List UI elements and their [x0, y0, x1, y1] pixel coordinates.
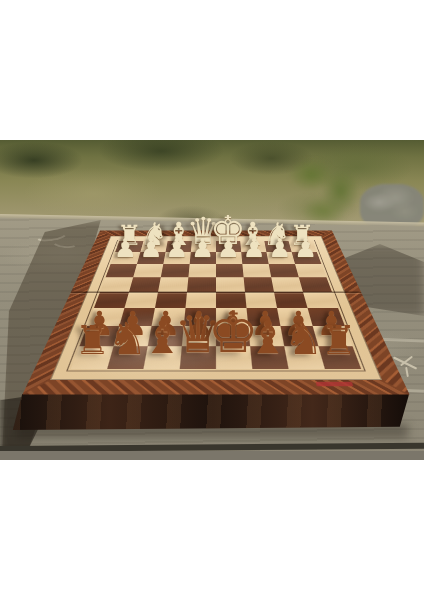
square-a7	[79, 326, 119, 346]
square-b4	[129, 278, 161, 293]
square-g8	[284, 346, 325, 369]
square-g4	[271, 278, 303, 293]
square-e5	[216, 292, 247, 308]
square-e1	[216, 241, 241, 252]
photo-stage: ♜♞♝♛♚♝♞♜♟♟♟♟♟♟♟♟♟♟♟♟♟♟♟♟♜♞♝♛♚♝♞♜	[0, 0, 424, 600]
square-d6	[183, 308, 215, 326]
square-c5	[154, 292, 186, 308]
square-h5	[303, 292, 338, 308]
square-d3	[188, 264, 216, 277]
square-d2	[189, 252, 215, 264]
square-b1	[140, 241, 167, 252]
square-a3	[105, 264, 136, 277]
square-f8	[250, 346, 288, 369]
square-h1	[288, 241, 316, 252]
square-e3	[216, 264, 244, 277]
square-f4	[243, 278, 273, 293]
square-d1	[190, 241, 215, 252]
square-f1	[240, 241, 266, 252]
square-e7	[216, 326, 250, 346]
square-c3	[160, 264, 189, 277]
square-b8	[107, 346, 148, 369]
square-d4	[187, 278, 216, 293]
square-g7	[280, 326, 318, 346]
square-c4	[158, 278, 188, 293]
square-g5	[274, 292, 308, 308]
square-h4	[298, 278, 331, 293]
makers-stamp	[315, 382, 353, 386]
green-grass-tuft	[286, 146, 370, 228]
board-fold-hinge-line	[70, 292, 361, 293]
square-e8	[216, 346, 252, 369]
square-c6	[151, 308, 185, 326]
square-d5	[185, 292, 216, 308]
square-g6	[277, 308, 313, 326]
square-e2	[216, 252, 242, 264]
square-a8	[70, 346, 113, 369]
square-e6	[216, 308, 248, 326]
square-f5	[245, 292, 277, 308]
square-c8	[143, 346, 181, 369]
square-b5	[124, 292, 158, 308]
square-d7	[181, 326, 215, 346]
outdoor-photo: ♜♞♝♛♚♝♞♜♟♟♟♟♟♟♟♟♟♟♟♟♟♟♟♟♜♞♝♛♚♝♞♜	[0, 140, 424, 460]
square-b7	[113, 326, 151, 346]
square-b3	[133, 264, 163, 277]
square-e4	[216, 278, 245, 293]
square-h7	[312, 326, 352, 346]
square-a2	[110, 252, 140, 264]
square-c7	[147, 326, 183, 346]
square-d8	[179, 346, 215, 369]
square-a1	[115, 241, 143, 252]
square-b6	[119, 308, 155, 326]
square-f3	[242, 264, 271, 277]
square-g2	[266, 252, 295, 264]
square-f6	[246, 308, 280, 326]
square-a4	[100, 278, 133, 293]
square-f7	[248, 326, 284, 346]
square-c2	[163, 252, 191, 264]
square-a5	[93, 292, 128, 308]
chessbox-side-face	[8, 390, 414, 430]
square-h3	[295, 264, 326, 277]
square-c1	[165, 241, 191, 252]
square-g3	[268, 264, 298, 277]
square-h8	[318, 346, 361, 369]
square-h2	[291, 252, 321, 264]
lower-plank	[0, 451, 424, 460]
square-f2	[241, 252, 269, 264]
square-b2	[136, 252, 165, 264]
square-h6	[307, 308, 344, 326]
square-a6	[87, 308, 124, 326]
board-squares-grid	[70, 241, 360, 369]
square-g1	[264, 241, 291, 252]
